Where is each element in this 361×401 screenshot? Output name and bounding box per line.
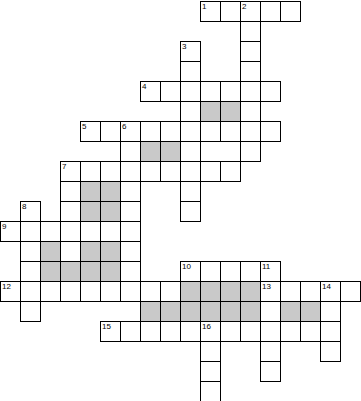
answer-cell[interactable] [320, 321, 341, 342]
answer-cell[interactable] [120, 281, 141, 302]
shaded-block-cell [200, 101, 221, 122]
clue-number: 2 [242, 2, 246, 11]
answer-cell[interactable] [220, 121, 241, 142]
answer-cell[interactable] [260, 361, 281, 382]
answer-cell[interactable]: 5 [80, 121, 101, 142]
answer-cell[interactable]: 7 [60, 161, 81, 182]
answer-cell[interactable] [200, 261, 221, 282]
answer-cell[interactable] [240, 121, 261, 142]
shaded-block-cell [240, 281, 261, 302]
clue-number: 7 [62, 162, 66, 171]
answer-cell[interactable] [160, 321, 181, 342]
answer-cell[interactable] [240, 321, 261, 342]
answer-cell[interactable] [200, 81, 221, 102]
answer-cell[interactable] [200, 381, 221, 401]
answer-cell[interactable] [20, 281, 41, 302]
shaded-block-cell [300, 301, 321, 322]
answer-cell[interactable] [180, 101, 201, 122]
answer-cell[interactable] [20, 301, 41, 322]
answer-cell[interactable] [200, 341, 221, 362]
answer-cell[interactable] [160, 121, 181, 142]
answer-cell[interactable] [180, 181, 201, 202]
answer-cell[interactable] [100, 121, 121, 142]
answer-cell[interactable] [340, 281, 361, 302]
answer-cell[interactable] [200, 161, 221, 182]
answer-cell[interactable] [280, 321, 301, 342]
answer-cell[interactable]: 9 [0, 221, 21, 242]
shaded-block-cell [220, 101, 241, 122]
answer-cell[interactable] [220, 161, 241, 182]
shaded-block-cell [40, 261, 61, 282]
answer-cell[interactable] [100, 281, 121, 302]
answer-cell[interactable] [180, 141, 201, 162]
answer-cell[interactable] [60, 221, 81, 242]
answer-cell[interactable] [100, 221, 121, 242]
answer-cell[interactable]: 14 [320, 281, 341, 302]
answer-cell[interactable] [260, 81, 281, 102]
answer-cell[interactable] [120, 261, 141, 282]
shaded-block-cell [80, 241, 101, 262]
clue-number: 10 [182, 262, 191, 271]
answer-cell[interactable] [260, 121, 281, 142]
answer-cell[interactable]: 8 [20, 201, 41, 222]
clue-number: 13 [262, 282, 271, 291]
clue-number: 11 [262, 262, 270, 271]
clue-number: 4 [142, 82, 146, 91]
shaded-block-cell [200, 281, 221, 302]
clue-number: 3 [182, 42, 186, 51]
shaded-block-cell [40, 241, 61, 262]
answer-cell[interactable] [120, 241, 141, 262]
answer-cell[interactable] [180, 61, 201, 82]
answer-cell[interactable] [240, 261, 261, 282]
shaded-block-cell [140, 141, 161, 162]
clue-number: 6 [122, 122, 126, 131]
answer-cell[interactable] [300, 321, 321, 342]
answer-cell[interactable]: 12 [0, 281, 21, 302]
answer-cell[interactable] [120, 221, 141, 242]
shaded-block-cell [160, 301, 181, 322]
answer-cell[interactable] [280, 1, 301, 22]
clue-number: 15 [102, 322, 111, 331]
answer-cell[interactable] [180, 81, 201, 102]
clue-number: 8 [22, 202, 26, 211]
shaded-block-cell [200, 301, 221, 322]
answer-cell[interactable]: 15 [100, 321, 121, 342]
answer-cell[interactable] [120, 141, 141, 162]
answer-cell[interactable] [220, 321, 241, 342]
shaded-block-cell [60, 261, 81, 282]
answer-cell[interactable] [60, 201, 81, 222]
shaded-block-cell [240, 301, 261, 322]
answer-cell[interactable] [80, 161, 101, 182]
clue-number: 9 [2, 222, 6, 231]
shaded-block-cell [100, 201, 121, 222]
answer-cell[interactable] [200, 121, 221, 142]
answer-cell[interactable] [320, 301, 341, 322]
answer-cell[interactable] [20, 221, 41, 242]
answer-cell[interactable]: 10 [180, 261, 201, 282]
answer-cell[interactable] [260, 301, 281, 322]
answer-cell[interactable]: 3 [180, 41, 201, 62]
shaded-block-cell [100, 261, 121, 282]
answer-cell[interactable]: 4 [140, 81, 161, 102]
shaded-block-cell [100, 241, 121, 262]
answer-cell[interactable] [240, 141, 261, 162]
answer-cell[interactable] [260, 321, 281, 342]
answer-cell[interactable] [100, 161, 121, 182]
answer-cell[interactable] [180, 201, 201, 222]
answer-cell[interactable]: 11 [260, 261, 281, 282]
answer-cell[interactable]: 16 [200, 321, 221, 342]
answer-cell[interactable] [200, 361, 221, 382]
clue-number: 5 [82, 122, 86, 131]
shaded-block-cell [160, 141, 181, 162]
answer-cell[interactable] [280, 281, 301, 302]
answer-cell[interactable] [160, 281, 181, 302]
answer-cell[interactable] [220, 261, 241, 282]
answer-cell[interactable] [120, 161, 141, 182]
answer-cell[interactable] [60, 241, 81, 262]
answer-cell[interactable] [120, 201, 141, 222]
answer-cell[interactable] [260, 1, 281, 22]
shaded-block-cell [280, 301, 301, 322]
answer-cell[interactable] [80, 221, 101, 242]
shaded-block-cell [220, 301, 241, 322]
clue-number: 16 [202, 322, 211, 331]
answer-cell[interactable] [180, 121, 201, 142]
shaded-block-cell [80, 261, 101, 282]
clue-number: 12 [2, 282, 11, 291]
shaded-block-cell [80, 201, 101, 222]
shaded-block-cell [80, 181, 101, 202]
answer-cell[interactable] [240, 81, 261, 102]
answer-cell[interactable] [160, 81, 181, 102]
answer-cell[interactable] [60, 281, 81, 302]
answer-cell[interactable] [20, 261, 41, 282]
answer-cell[interactable] [240, 101, 261, 122]
shaded-block-cell [100, 181, 121, 202]
answer-cell[interactable] [20, 241, 41, 262]
shaded-block-cell [140, 301, 161, 322]
answer-cell[interactable] [180, 161, 201, 182]
answer-cell[interactable] [40, 221, 61, 242]
answer-cell[interactable] [180, 321, 201, 342]
crossword-board: 12345678910111213141516 [0, 0, 361, 401]
answer-cell[interactable] [220, 1, 241, 22]
shaded-block-cell [180, 301, 201, 322]
answer-cell[interactable]: 1 [200, 1, 221, 22]
answer-cell[interactable] [120, 321, 141, 342]
answer-cell[interactable] [120, 181, 141, 202]
answer-cell[interactable] [80, 281, 101, 302]
answer-cell[interactable]: 6 [120, 121, 141, 142]
answer-cell[interactable] [300, 281, 321, 302]
clue-number: 14 [322, 282, 331, 291]
answer-cell[interactable] [260, 341, 281, 362]
answer-cell[interactable] [240, 21, 261, 42]
answer-cell[interactable] [60, 181, 81, 202]
shaded-block-cell [180, 281, 201, 302]
answer-cell[interactable]: 2 [240, 1, 261, 22]
answer-cell[interactable] [140, 161, 161, 182]
clue-number: 1 [202, 2, 206, 11]
answer-cell[interactable]: 13 [260, 281, 281, 302]
answer-cell[interactable] [140, 321, 161, 342]
answer-cell[interactable] [160, 161, 181, 182]
answer-cell[interactable] [140, 281, 161, 302]
answer-cell[interactable] [320, 341, 341, 362]
answer-cell[interactable] [140, 121, 161, 142]
answer-cell[interactable] [240, 41, 261, 62]
answer-cell[interactable] [240, 61, 261, 82]
shaded-block-cell [220, 281, 241, 302]
answer-cell[interactable] [220, 81, 241, 102]
answer-cell[interactable] [40, 281, 61, 302]
